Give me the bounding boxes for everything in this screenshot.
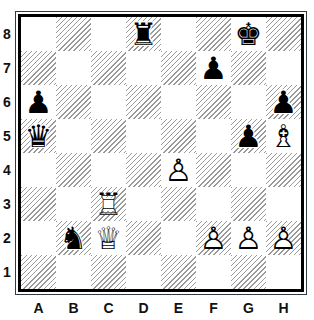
square-b1 — [56, 255, 91, 289]
square-a6: ♟ — [21, 85, 56, 119]
square-f5 — [196, 119, 231, 153]
square-e5 — [161, 119, 196, 153]
square-d8: ♜ — [126, 17, 161, 51]
square-e6 — [161, 85, 196, 119]
square-c3: ♜♖ — [91, 187, 126, 221]
square-f7: ♟ — [196, 51, 231, 85]
rank-label-6: 6 — [0, 85, 14, 119]
square-a1 — [21, 255, 56, 289]
square-b7 — [56, 51, 91, 85]
square-g3 — [231, 187, 266, 221]
file-label-B: B — [56, 299, 91, 317]
piece-white-queen-c2: ♛♕ — [91, 221, 126, 255]
piece-white-pawn-e4: ♟♙ — [161, 153, 196, 187]
file-label-C: C — [91, 299, 126, 317]
rank-label-2: 2 — [0, 221, 14, 255]
piece-black-pawn-h6: ♟ — [266, 85, 301, 119]
square-e2 — [161, 221, 196, 255]
square-g2: ♟♙ — [231, 221, 266, 255]
square-g8: ♚ — [231, 17, 266, 51]
square-d5 — [126, 119, 161, 153]
square-g4 — [231, 153, 266, 187]
square-c2: ♛♕ — [91, 221, 126, 255]
square-b6 — [56, 85, 91, 119]
square-g6 — [231, 85, 266, 119]
square-c8 — [91, 17, 126, 51]
square-h7 — [266, 51, 301, 85]
square-g5: ♟ — [231, 119, 266, 153]
square-c6 — [91, 85, 126, 119]
piece-black-queen-a5: ♛ — [21, 119, 56, 153]
square-f2: ♟♙ — [196, 221, 231, 255]
file-label-F: F — [196, 299, 231, 317]
piece-white-bishop-h5: ♝♗ — [266, 119, 301, 153]
square-h3 — [266, 187, 301, 221]
square-f1 — [196, 255, 231, 289]
square-h4 — [266, 153, 301, 187]
square-b5 — [56, 119, 91, 153]
square-a7 — [21, 51, 56, 85]
square-h8 — [266, 17, 301, 51]
square-c7 — [91, 51, 126, 85]
piece-white-pawn-f2: ♟♙ — [196, 221, 231, 255]
rank-label-1: 1 — [0, 255, 14, 289]
square-a4 — [21, 153, 56, 187]
rank-label-5: 5 — [0, 119, 14, 153]
square-e1 — [161, 255, 196, 289]
square-f8 — [196, 17, 231, 51]
piece-black-pawn-a6: ♟ — [21, 85, 56, 119]
square-d6 — [126, 85, 161, 119]
square-a8 — [21, 17, 56, 51]
rank-label-3: 3 — [0, 187, 14, 221]
square-b3 — [56, 187, 91, 221]
square-h5: ♝♗ — [266, 119, 301, 153]
square-a2 — [21, 221, 56, 255]
square-f6 — [196, 85, 231, 119]
square-d7 — [126, 51, 161, 85]
rank-label-4: 4 — [0, 153, 14, 187]
square-h6: ♟ — [266, 85, 301, 119]
board-frame: ♜♚♟♟♟♛♟♝♗♟♙♜♖♞♛♕♟♙♟♙♟♙ — [15, 11, 307, 295]
board-border: ♜♚♟♟♟♛♟♝♗♟♙♜♖♞♛♕♟♙♟♙♟♙ — [18, 14, 304, 292]
square-d1 — [126, 255, 161, 289]
square-h1 — [266, 255, 301, 289]
square-e8 — [161, 17, 196, 51]
square-c1 — [91, 255, 126, 289]
piece-white-rook-c3: ♜♖ — [91, 187, 126, 221]
chess-board: ♜♚♟♟♟♛♟♝♗♟♙♜♖♞♛♕♟♙♟♙♟♙ — [21, 17, 301, 289]
file-label-E: E — [161, 299, 196, 317]
square-g1 — [231, 255, 266, 289]
rank-label-8: 8 — [0, 17, 14, 51]
piece-black-rook-d8: ♜ — [126, 17, 161, 51]
file-label-D: D — [126, 299, 161, 317]
square-e7 — [161, 51, 196, 85]
square-g7 — [231, 51, 266, 85]
file-label-H: H — [266, 299, 301, 317]
square-b4 — [56, 153, 91, 187]
square-a3 — [21, 187, 56, 221]
square-e4: ♟♙ — [161, 153, 196, 187]
square-d2 — [126, 221, 161, 255]
square-a5: ♛ — [21, 119, 56, 153]
square-d4 — [126, 153, 161, 187]
square-h2: ♟♙ — [266, 221, 301, 255]
piece-black-pawn-f7: ♟ — [196, 51, 231, 85]
square-d3 — [126, 187, 161, 221]
chess-diagram: 87654321 ♜♚♟♟♟♛♟♝♗♟♙♜♖♞♛♕♟♙♟♙♟♙ ABCDEFGH — [0, 0, 314, 320]
square-f3 — [196, 187, 231, 221]
piece-white-pawn-h2: ♟♙ — [266, 221, 301, 255]
piece-black-knight-b2: ♞ — [56, 221, 91, 255]
square-c4 — [91, 153, 126, 187]
piece-white-pawn-g2: ♟♙ — [231, 221, 266, 255]
square-e3 — [161, 187, 196, 221]
piece-black-pawn-g5: ♟ — [231, 119, 266, 153]
square-b2: ♞ — [56, 221, 91, 255]
piece-black-king-g8: ♚ — [231, 17, 266, 51]
square-f4 — [196, 153, 231, 187]
file-label-A: A — [21, 299, 56, 317]
square-b8 — [56, 17, 91, 51]
square-c5 — [91, 119, 126, 153]
rank-label-7: 7 — [0, 51, 14, 85]
file-label-G: G — [231, 299, 266, 317]
